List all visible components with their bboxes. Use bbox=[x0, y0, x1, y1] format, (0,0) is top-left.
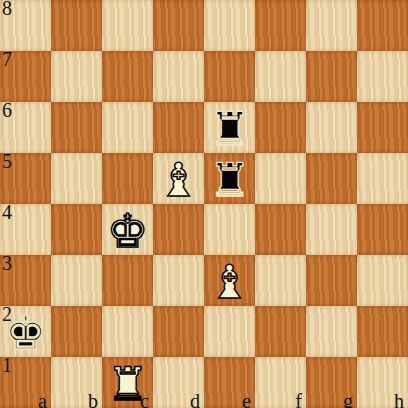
file-label-a: a bbox=[38, 390, 47, 408]
square-d7[interactable] bbox=[153, 51, 204, 102]
square-c4[interactable]: ♚ bbox=[102, 204, 153, 255]
rank-label-8: 8 bbox=[2, 0, 12, 19]
square-d8[interactable] bbox=[153, 0, 204, 51]
square-h3[interactable] bbox=[357, 255, 408, 306]
square-g6[interactable] bbox=[306, 102, 357, 153]
square-g2[interactable] bbox=[306, 306, 357, 357]
square-e5[interactable]: ♜ bbox=[204, 153, 255, 204]
square-e6[interactable]: ♜ bbox=[204, 102, 255, 153]
square-d2[interactable] bbox=[153, 306, 204, 357]
square-b7[interactable] bbox=[51, 51, 102, 102]
square-b6[interactable] bbox=[51, 102, 102, 153]
square-a7[interactable]: 7 bbox=[0, 51, 51, 102]
square-f6[interactable] bbox=[255, 102, 306, 153]
square-g1[interactable]: g bbox=[306, 357, 357, 408]
chess-board: 876♜5♝♜4♚3♝2♚1abc♜defgh bbox=[0, 0, 408, 408]
rank-label-1: 1 bbox=[2, 354, 12, 376]
square-c6[interactable] bbox=[102, 102, 153, 153]
piece-black-rook[interactable]: ♜ bbox=[209, 157, 250, 203]
square-h1[interactable]: h bbox=[357, 357, 408, 408]
square-h4[interactable] bbox=[357, 204, 408, 255]
piece-white-king[interactable]: ♚ bbox=[107, 208, 148, 254]
square-d5[interactable]: ♝ bbox=[153, 153, 204, 204]
square-b3[interactable] bbox=[51, 255, 102, 306]
square-e3[interactable]: ♝ bbox=[204, 255, 255, 306]
square-g8[interactable] bbox=[306, 0, 357, 51]
file-label-d: d bbox=[190, 390, 200, 408]
square-c2[interactable] bbox=[102, 306, 153, 357]
square-a1[interactable]: 1a bbox=[0, 357, 51, 408]
square-a6[interactable]: 6 bbox=[0, 102, 51, 153]
square-a4[interactable]: 4 bbox=[0, 204, 51, 255]
square-b2[interactable] bbox=[51, 306, 102, 357]
square-c8[interactable] bbox=[102, 0, 153, 51]
square-c3[interactable] bbox=[102, 255, 153, 306]
square-e8[interactable] bbox=[204, 0, 255, 51]
square-e7[interactable] bbox=[204, 51, 255, 102]
square-f1[interactable]: f bbox=[255, 357, 306, 408]
square-c1[interactable]: c♜ bbox=[102, 357, 153, 408]
square-g7[interactable] bbox=[306, 51, 357, 102]
square-g4[interactable] bbox=[306, 204, 357, 255]
square-b8[interactable] bbox=[51, 0, 102, 51]
square-e4[interactable] bbox=[204, 204, 255, 255]
square-h5[interactable] bbox=[357, 153, 408, 204]
square-c7[interactable] bbox=[102, 51, 153, 102]
square-h2[interactable] bbox=[357, 306, 408, 357]
rank-label-3: 3 bbox=[2, 252, 12, 274]
file-label-b: b bbox=[88, 390, 98, 408]
file-label-f: f bbox=[295, 390, 302, 408]
square-h6[interactable] bbox=[357, 102, 408, 153]
square-h8[interactable] bbox=[357, 0, 408, 51]
rank-label-5: 5 bbox=[2, 150, 12, 172]
piece-white-bishop[interactable]: ♝ bbox=[209, 259, 250, 305]
piece-white-bishop[interactable]: ♝ bbox=[158, 157, 199, 203]
file-label-h: h bbox=[394, 390, 404, 408]
square-f8[interactable] bbox=[255, 0, 306, 51]
square-a5[interactable]: 5 bbox=[0, 153, 51, 204]
file-label-e: e bbox=[242, 390, 251, 408]
square-b5[interactable] bbox=[51, 153, 102, 204]
square-a2[interactable]: 2♚ bbox=[0, 306, 51, 357]
square-b4[interactable] bbox=[51, 204, 102, 255]
piece-black-rook[interactable]: ♜ bbox=[209, 106, 250, 152]
square-d6[interactable] bbox=[153, 102, 204, 153]
square-f2[interactable] bbox=[255, 306, 306, 357]
square-a3[interactable]: 3 bbox=[0, 255, 51, 306]
square-d1[interactable]: d bbox=[153, 357, 204, 408]
square-g3[interactable] bbox=[306, 255, 357, 306]
square-e2[interactable] bbox=[204, 306, 255, 357]
square-c5[interactable] bbox=[102, 153, 153, 204]
square-e1[interactable]: e bbox=[204, 357, 255, 408]
square-g5[interactable] bbox=[306, 153, 357, 204]
square-d4[interactable] bbox=[153, 204, 204, 255]
file-label-g: g bbox=[343, 390, 353, 408]
square-b1[interactable]: b bbox=[51, 357, 102, 408]
square-f3[interactable] bbox=[255, 255, 306, 306]
chess-diagram: 876♜5♝♜4♚3♝2♚1abc♜defgh bbox=[0, 0, 408, 408]
square-f4[interactable] bbox=[255, 204, 306, 255]
square-f5[interactable] bbox=[255, 153, 306, 204]
square-h7[interactable] bbox=[357, 51, 408, 102]
piece-white-rook[interactable]: ♜ bbox=[107, 361, 148, 407]
square-a8[interactable]: 8 bbox=[0, 0, 51, 51]
rank-label-6: 6 bbox=[2, 99, 12, 121]
square-d3[interactable] bbox=[153, 255, 204, 306]
square-f7[interactable] bbox=[255, 51, 306, 102]
rank-label-4: 4 bbox=[2, 201, 12, 223]
rank-label-7: 7 bbox=[2, 48, 12, 70]
piece-black-king[interactable]: ♚ bbox=[5, 310, 46, 356]
